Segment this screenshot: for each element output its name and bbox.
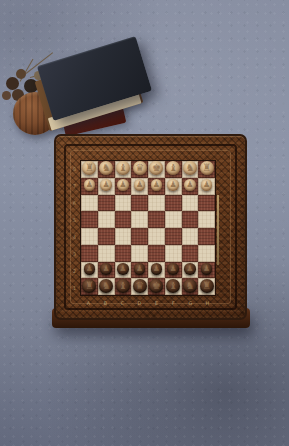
square-c4[interactable] xyxy=(115,228,132,245)
piece-glyph: ♚ xyxy=(152,163,161,173)
piece-light-pawn[interactable]: ♟ xyxy=(100,179,112,191)
rank-label: 1 xyxy=(70,279,79,296)
square-f3[interactable] xyxy=(165,245,182,262)
piece-light-rook[interactable]: ♜ xyxy=(82,161,96,175)
piece-dark-knight[interactable]: ♞ xyxy=(99,279,113,293)
square-h7[interactable]: ♟ xyxy=(198,178,215,195)
piece-glyph: ♟ xyxy=(186,265,193,273)
piece-light-knight[interactable]: ♞ xyxy=(99,161,113,175)
square-e5[interactable] xyxy=(148,211,165,228)
piece-dark-king[interactable]: ♚ xyxy=(149,279,163,293)
square-h1[interactable]: ♜ xyxy=(198,278,215,295)
piece-glyph: ♝ xyxy=(169,281,178,291)
square-g6[interactable] xyxy=(182,195,199,212)
piece-light-bishop[interactable]: ♝ xyxy=(166,161,180,175)
piece-dark-bishop[interactable]: ♝ xyxy=(116,279,130,293)
board: ♜♞♝♛♚♝♞♜♟♟♟♟♟♟♟♟♟♟♟♟♟♟♟♟♜♞♝♛♚♝♞♜ xyxy=(80,160,216,296)
square-f8[interactable]: ♝ xyxy=(165,161,182,178)
square-a5[interactable] xyxy=(81,211,98,228)
rank-label: 6 xyxy=(70,194,79,211)
piece-light-pawn[interactable]: ♟ xyxy=(151,179,163,191)
square-g4[interactable] xyxy=(182,228,199,245)
piece-glyph: ♟ xyxy=(86,265,93,273)
square-b7[interactable]: ♟ xyxy=(98,178,115,195)
file-labels: ABCDEFGH xyxy=(80,299,216,307)
square-e2[interactable]: ♟ xyxy=(148,262,165,279)
piece-glyph: ♟ xyxy=(203,265,210,273)
square-e1[interactable]: ♚ xyxy=(148,278,165,295)
square-e7[interactable]: ♟ xyxy=(148,178,165,195)
file-label: B xyxy=(97,299,114,307)
board-hinge xyxy=(217,195,219,265)
piece-glyph: ♟ xyxy=(170,181,177,189)
square-a7[interactable]: ♟ xyxy=(81,178,98,195)
square-g8[interactable]: ♞ xyxy=(182,161,199,178)
square-a6[interactable] xyxy=(81,195,98,212)
square-e4[interactable] xyxy=(148,228,165,245)
piece-glyph: ♛ xyxy=(135,163,144,173)
piece-glyph: ♜ xyxy=(202,281,211,291)
square-f1[interactable]: ♝ xyxy=(165,278,182,295)
rank-label: 5 xyxy=(70,211,79,228)
square-e3[interactable] xyxy=(148,245,165,262)
square-b8[interactable]: ♞ xyxy=(98,161,115,178)
piece-glyph: ♟ xyxy=(103,181,110,189)
square-a2[interactable]: ♟ xyxy=(81,262,98,279)
piece-light-pawn[interactable]: ♟ xyxy=(201,179,213,191)
square-d5[interactable] xyxy=(131,211,148,228)
square-c7[interactable]: ♟ xyxy=(115,178,132,195)
square-f5[interactable] xyxy=(165,211,182,228)
square-b1[interactable]: ♞ xyxy=(98,278,115,295)
piece-dark-pawn[interactable]: ♟ xyxy=(167,263,179,275)
piece-light-bishop[interactable]: ♝ xyxy=(116,161,130,175)
file-label: G xyxy=(182,299,199,307)
piece-glyph: ♟ xyxy=(136,265,143,273)
piece-glyph: ♜ xyxy=(85,281,94,291)
piece-glyph: ♟ xyxy=(203,181,210,189)
piece-light-rook[interactable]: ♜ xyxy=(200,161,214,175)
file-label: C xyxy=(114,299,131,307)
piece-dark-pawn[interactable]: ♟ xyxy=(134,263,146,275)
square-d2[interactable]: ♟ xyxy=(131,262,148,279)
square-h8[interactable]: ♜ xyxy=(198,161,215,178)
piece-glyph: ♟ xyxy=(136,181,143,189)
square-a8[interactable]: ♜ xyxy=(81,161,98,178)
square-b3[interactable] xyxy=(98,245,115,262)
dried-flower xyxy=(16,69,26,79)
square-b2[interactable]: ♟ xyxy=(98,262,115,279)
piece-glyph: ♝ xyxy=(169,163,178,173)
piece-glyph: ♟ xyxy=(119,181,126,189)
scene: ♜♞♝♛♚♝♞♜♟♟♟♟♟♟♟♟♟♟♟♟♟♟♟♟♜♞♝♛♚♝♞♜ ABCDEFG… xyxy=(0,0,289,446)
square-d7[interactable]: ♟ xyxy=(131,178,148,195)
piece-dark-pawn[interactable]: ♟ xyxy=(117,263,129,275)
piece-glyph: ♞ xyxy=(102,281,111,291)
square-d6[interactable] xyxy=(131,195,148,212)
square-h4[interactable] xyxy=(198,228,215,245)
square-c2[interactable]: ♟ xyxy=(115,262,132,279)
piece-dark-rook[interactable]: ♜ xyxy=(200,279,214,293)
board-grid: ♜♞♝♛♚♝♞♜♟♟♟♟♟♟♟♟♟♟♟♟♟♟♟♟♜♞♝♛♚♝♞♜ xyxy=(81,161,215,295)
square-h3[interactable] xyxy=(198,245,215,262)
square-c8[interactable]: ♝ xyxy=(115,161,132,178)
piece-light-pawn[interactable]: ♟ xyxy=(167,179,179,191)
carved-frame: ♜♞♝♛♚♝♞♜♟♟♟♟♟♟♟♟♟♟♟♟♟♟♟♟♜♞♝♛♚♝♞♜ ABCDEFG… xyxy=(54,134,247,320)
square-a4[interactable] xyxy=(81,228,98,245)
rank-label: 4 xyxy=(70,228,79,245)
piece-dark-pawn[interactable]: ♟ xyxy=(151,263,163,275)
piece-light-pawn[interactable]: ♟ xyxy=(84,179,96,191)
square-a1[interactable]: ♜ xyxy=(81,278,98,295)
piece-glyph: ♟ xyxy=(119,265,126,273)
square-g1[interactable]: ♞ xyxy=(182,278,199,295)
piece-glyph: ♜ xyxy=(85,163,94,173)
piece-dark-pawn[interactable]: ♟ xyxy=(184,263,196,275)
piece-dark-pawn[interactable]: ♟ xyxy=(100,263,112,275)
piece-glyph: ♟ xyxy=(153,181,160,189)
piece-glyph: ♞ xyxy=(185,281,194,291)
piece-glyph: ♞ xyxy=(102,163,111,173)
piece-dark-knight[interactable]: ♞ xyxy=(183,279,197,293)
piece-glyph: ♝ xyxy=(118,281,127,291)
square-f6[interactable] xyxy=(165,195,182,212)
chess-table: ♜♞♝♛♚♝♞♜♟♟♟♟♟♟♟♟♟♟♟♟♟♟♟♟♜♞♝♛♚♝♞♜ ABCDEFG… xyxy=(54,134,247,320)
square-a3[interactable] xyxy=(81,245,98,262)
square-f7[interactable]: ♟ xyxy=(165,178,182,195)
square-h6[interactable] xyxy=(198,195,215,212)
rank-label: 8 xyxy=(70,160,79,177)
file-label: E xyxy=(148,299,165,307)
piece-glyph: ♚ xyxy=(152,281,161,291)
square-c5[interactable] xyxy=(115,211,132,228)
file-label: F xyxy=(165,299,182,307)
piece-light-pawn[interactable]: ♟ xyxy=(184,179,196,191)
square-g2[interactable]: ♟ xyxy=(182,262,199,279)
piece-glyph: ♞ xyxy=(185,163,194,173)
piece-glyph: ♟ xyxy=(86,181,93,189)
piece-glyph: ♝ xyxy=(118,163,127,173)
rank-labels: 87654321 xyxy=(70,160,79,296)
square-g5[interactable] xyxy=(182,211,199,228)
piece-dark-rook[interactable]: ♜ xyxy=(82,279,96,293)
square-d4[interactable] xyxy=(131,228,148,245)
piece-glyph: ♛ xyxy=(135,281,144,291)
piece-light-king[interactable]: ♚ xyxy=(149,161,163,175)
square-e8[interactable]: ♚ xyxy=(148,161,165,178)
rank-label: 7 xyxy=(70,177,79,194)
square-c6[interactable] xyxy=(115,195,132,212)
square-b4[interactable] xyxy=(98,228,115,245)
square-d1[interactable]: ♛ xyxy=(131,278,148,295)
piece-dark-queen[interactable]: ♛ xyxy=(133,279,147,293)
square-f4[interactable] xyxy=(165,228,182,245)
file-label: H xyxy=(199,299,216,307)
square-h5[interactable] xyxy=(198,211,215,228)
square-c3[interactable] xyxy=(115,245,132,262)
file-label: A xyxy=(80,299,97,307)
square-f2[interactable]: ♟ xyxy=(165,262,182,279)
rank-label: 3 xyxy=(70,245,79,262)
square-h2[interactable]: ♟ xyxy=(198,262,215,279)
piece-light-knight[interactable]: ♞ xyxy=(183,161,197,175)
square-b6[interactable] xyxy=(98,195,115,212)
dried-flower xyxy=(2,91,11,100)
piece-glyph: ♜ xyxy=(202,163,211,173)
square-b5[interactable] xyxy=(98,211,115,228)
piece-dark-pawn[interactable]: ♟ xyxy=(201,263,213,275)
piece-glyph: ♟ xyxy=(170,265,177,273)
square-d8[interactable]: ♛ xyxy=(131,161,148,178)
piece-light-pawn[interactable]: ♟ xyxy=(117,179,129,191)
piece-glyph: ♟ xyxy=(153,265,160,273)
piece-glyph: ♟ xyxy=(103,265,110,273)
square-d3[interactable] xyxy=(131,245,148,262)
piece-glyph: ♟ xyxy=(186,181,193,189)
piece-light-queen[interactable]: ♛ xyxy=(133,161,147,175)
square-c1[interactable]: ♝ xyxy=(115,278,132,295)
square-g3[interactable] xyxy=(182,245,199,262)
piece-dark-pawn[interactable]: ♟ xyxy=(84,263,96,275)
square-e6[interactable] xyxy=(148,195,165,212)
file-label: D xyxy=(131,299,148,307)
piece-light-pawn[interactable]: ♟ xyxy=(134,179,146,191)
piece-dark-bishop[interactable]: ♝ xyxy=(166,279,180,293)
rank-label: 2 xyxy=(70,262,79,279)
square-g7[interactable]: ♟ xyxy=(182,178,199,195)
